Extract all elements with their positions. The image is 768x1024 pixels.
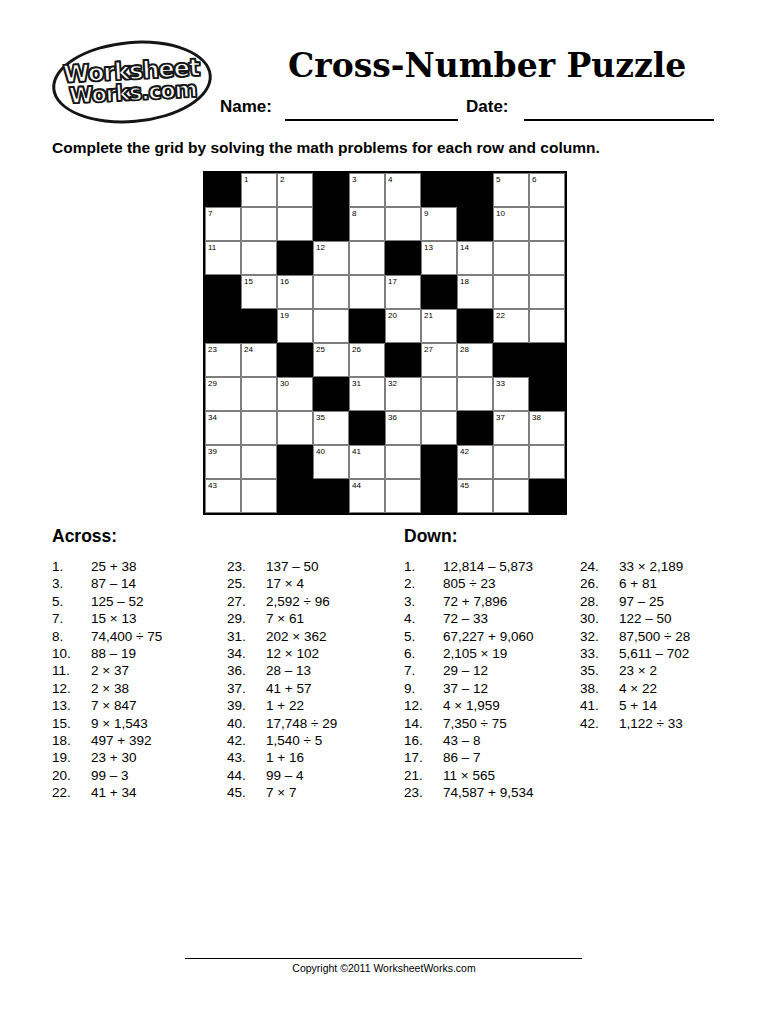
answer-cell[interactable] bbox=[241, 377, 277, 411]
across-clue-number: 19. bbox=[52, 749, 91, 766]
answer-cell[interactable] bbox=[313, 309, 349, 343]
cell-number: 38 bbox=[532, 413, 541, 422]
down-clue-number: 32. bbox=[580, 628, 619, 645]
down-clue-number: 42. bbox=[580, 715, 619, 732]
footer-rule bbox=[185, 958, 582, 959]
answer-cell[interactable] bbox=[457, 377, 493, 411]
answer-cell[interactable] bbox=[241, 411, 277, 445]
cell-number: 34 bbox=[208, 413, 217, 422]
answer-cell[interactable]: 34 bbox=[205, 411, 241, 445]
black-cell bbox=[457, 207, 493, 241]
down-clue-text: 12,814 – 5,873 bbox=[443, 558, 580, 575]
across-clue-text: 41 + 34 bbox=[91, 784, 227, 801]
answer-cell[interactable]: 15 bbox=[241, 275, 277, 309]
across-clue-text: 497 + 392 bbox=[91, 732, 227, 749]
down-clue-text: 5 + 14 bbox=[619, 697, 690, 714]
across-clue-text: 15 × 13 bbox=[91, 610, 227, 627]
answer-cell[interactable]: 30 bbox=[277, 377, 313, 411]
down-clue-number: 12. bbox=[404, 697, 443, 714]
black-cell bbox=[421, 173, 457, 207]
black-cell bbox=[205, 309, 241, 343]
down-clue-text: 2,105 × 19 bbox=[443, 645, 580, 662]
cell-number: 18 bbox=[460, 277, 469, 286]
across-clue-number: 23. bbox=[227, 558, 266, 575]
across-clue-number: 27. bbox=[227, 593, 266, 610]
across-clue-text: 7 × 7 bbox=[266, 784, 337, 801]
cell-number: 7 bbox=[208, 209, 212, 218]
across-clue-number: 5. bbox=[52, 593, 91, 610]
across-clue-number: 39. bbox=[227, 697, 266, 714]
across-clue-text: 88 – 19 bbox=[91, 645, 227, 662]
down-clue-number: 28. bbox=[580, 593, 619, 610]
cell-number: 40 bbox=[316, 447, 325, 456]
cell-number: 1 bbox=[244, 175, 248, 184]
down-clue-number: 21. bbox=[404, 767, 443, 784]
across-clue-text: 2,592 ÷ 96 bbox=[266, 593, 337, 610]
across-clue-text: 99 – 3 bbox=[91, 767, 227, 784]
answer-cell[interactable] bbox=[421, 377, 457, 411]
answer-cell[interactable]: 26 bbox=[349, 343, 385, 377]
black-cell bbox=[529, 343, 565, 377]
cell-number: 9 bbox=[424, 209, 428, 218]
cell-number: 26 bbox=[352, 345, 361, 354]
black-cell bbox=[529, 479, 565, 513]
answer-cell[interactable]: 40 bbox=[313, 445, 349, 479]
name-input-line[interactable] bbox=[285, 119, 458, 121]
black-cell bbox=[385, 343, 421, 377]
cell-number: 20 bbox=[388, 311, 397, 320]
cell-number: 37 bbox=[496, 413, 505, 422]
answer-cell[interactable] bbox=[385, 479, 421, 513]
down-clue-number: 38. bbox=[580, 680, 619, 697]
across-clue-text: 1 + 22 bbox=[266, 697, 337, 714]
down-clue-text: 43 – 8 bbox=[443, 732, 580, 749]
cell-number: 14 bbox=[460, 243, 469, 252]
answer-cell[interactable] bbox=[493, 479, 529, 513]
answer-cell[interactable]: 11 bbox=[205, 241, 241, 275]
answer-cell[interactable]: 35 bbox=[313, 411, 349, 445]
answer-cell[interactable]: 43 bbox=[205, 479, 241, 513]
cell-number: 8 bbox=[352, 209, 356, 218]
puzzle-grid: 1234567891011121314151617181920212223242… bbox=[203, 171, 567, 515]
across-clue-number: 44. bbox=[227, 767, 266, 784]
down-clue-text: 97 – 25 bbox=[619, 593, 690, 610]
cell-number: 44 bbox=[352, 481, 361, 490]
copyright-text: Copyright ©2011 WorksheetWorks.com bbox=[0, 962, 768, 974]
cell-number: 30 bbox=[280, 379, 289, 388]
across-clue-number: 7. bbox=[52, 610, 91, 627]
answer-cell[interactable]: 13 bbox=[421, 241, 457, 275]
down-clue-number: 26. bbox=[580, 575, 619, 592]
answer-cell[interactable]: 16 bbox=[277, 275, 313, 309]
across-clue-number: 20. bbox=[52, 767, 91, 784]
cell-number: 31 bbox=[352, 379, 361, 388]
cell-number: 15 bbox=[244, 277, 253, 286]
cell-number: 12 bbox=[316, 243, 325, 252]
answer-cell[interactable]: 9 bbox=[421, 207, 457, 241]
black-cell bbox=[529, 377, 565, 411]
across-clue-number: 11. bbox=[52, 662, 91, 679]
down-clue-text: 37 – 12 bbox=[443, 680, 580, 697]
down-clue-number: 30. bbox=[580, 610, 619, 627]
down-clue-text: 122 – 50 bbox=[619, 610, 690, 627]
across-clues-section: Across: 1.25 + 383.87 – 145.125 – 527.15… bbox=[52, 526, 337, 802]
across-clue-text: 17 × 4 bbox=[266, 575, 337, 592]
across-clue-text: 74,400 ÷ 75 bbox=[91, 628, 227, 645]
black-cell bbox=[457, 173, 493, 207]
across-clue-number: 29. bbox=[227, 610, 266, 627]
cell-number: 41 bbox=[352, 447, 361, 456]
answer-cell[interactable] bbox=[529, 445, 565, 479]
across-clue-number: 42. bbox=[227, 732, 266, 749]
cell-number: 24 bbox=[244, 345, 253, 354]
black-cell bbox=[493, 343, 529, 377]
answer-cell[interactable] bbox=[241, 207, 277, 241]
answer-cell[interactable] bbox=[241, 241, 277, 275]
answer-cell[interactable] bbox=[493, 445, 529, 479]
answer-cell[interactable]: 1 bbox=[241, 173, 277, 207]
answer-cell[interactable] bbox=[277, 411, 313, 445]
across-clue-text: 202 × 362 bbox=[266, 628, 337, 645]
across-clue-text: 99 – 4 bbox=[266, 767, 337, 784]
down-clue-number: 5. bbox=[404, 628, 443, 645]
down-clue-text: 4 × 22 bbox=[619, 680, 690, 697]
black-cell bbox=[421, 275, 457, 309]
cell-number: 45 bbox=[460, 481, 469, 490]
black-cell bbox=[313, 479, 349, 513]
across-clue-text: 2 × 37 bbox=[91, 662, 227, 679]
down-clues-column-2: 24.33 × 2,18926.6 + 8128.97 – 2530.122 –… bbox=[580, 558, 690, 732]
down-clue-number: 1. bbox=[404, 558, 443, 575]
cell-number: 35 bbox=[316, 413, 325, 422]
cell-number: 3 bbox=[352, 175, 356, 184]
worksheetworks-logo: Worksheet Works.com bbox=[49, 34, 216, 130]
answer-cell[interactable]: 39 bbox=[205, 445, 241, 479]
down-clue-text: 74,587 + 9,534 bbox=[443, 784, 580, 801]
page-title: Cross-Number Puzzle bbox=[288, 46, 686, 85]
answer-cell[interactable]: 3 bbox=[349, 173, 385, 207]
across-clue-text: 87 – 14 bbox=[91, 575, 227, 592]
down-clue-text: 29 – 12 bbox=[443, 662, 580, 679]
cell-number: 4 bbox=[388, 175, 392, 184]
answer-cell[interactable]: 28 bbox=[457, 343, 493, 377]
cell-number: 11 bbox=[208, 243, 216, 252]
down-clue-number: 4. bbox=[404, 610, 443, 627]
answer-cell[interactable]: 18 bbox=[457, 275, 493, 309]
across-clue-number: 37. bbox=[227, 680, 266, 697]
date-input-line[interactable] bbox=[524, 119, 714, 121]
across-clue-number: 40. bbox=[227, 715, 266, 732]
down-clue-text: 72 + 7,896 bbox=[443, 593, 580, 610]
answer-cell[interactable] bbox=[529, 309, 565, 343]
down-clue-number: 3. bbox=[404, 593, 443, 610]
answer-cell[interactable] bbox=[529, 275, 565, 309]
black-cell bbox=[421, 445, 457, 479]
across-clue-text: 137 – 50 bbox=[266, 558, 337, 575]
date-label: Date: bbox=[466, 97, 509, 117]
black-cell bbox=[205, 173, 241, 207]
answer-cell[interactable]: 32 bbox=[385, 377, 421, 411]
answer-cell[interactable]: 29 bbox=[205, 377, 241, 411]
cell-number: 42 bbox=[460, 447, 469, 456]
answer-cell[interactable]: 7 bbox=[205, 207, 241, 241]
answer-cell[interactable]: 37 bbox=[493, 411, 529, 445]
down-clue-text: 5,611 – 702 bbox=[619, 645, 690, 662]
answer-cell[interactable]: 12 bbox=[313, 241, 349, 275]
down-clue-text: 33 × 2,189 bbox=[619, 558, 690, 575]
down-clues-section: Down: 1.12,814 – 5,8732.805 ÷ 233.72 + 7… bbox=[404, 526, 690, 802]
black-cell bbox=[277, 445, 313, 479]
black-cell bbox=[241, 309, 277, 343]
across-clue-number: 10. bbox=[52, 645, 91, 662]
across-clue-number: 25. bbox=[227, 575, 266, 592]
across-clue-number: 36. bbox=[227, 662, 266, 679]
down-clue-text: 86 – 7 bbox=[443, 749, 580, 766]
cell-number: 33 bbox=[496, 379, 505, 388]
across-clue-number: 43. bbox=[227, 749, 266, 766]
cell-number: 39 bbox=[208, 447, 217, 456]
down-clue-number: 2. bbox=[404, 575, 443, 592]
cell-number: 43 bbox=[208, 481, 217, 490]
answer-cell[interactable]: 22 bbox=[493, 309, 529, 343]
down-clue-number: 16. bbox=[404, 732, 443, 749]
down-header: Down: bbox=[404, 526, 690, 547]
down-clue-number: 35. bbox=[580, 662, 619, 679]
down-clue-text: 87,500 ÷ 28 bbox=[619, 628, 690, 645]
answer-cell[interactable] bbox=[241, 479, 277, 513]
answer-cell[interactable]: 4 bbox=[385, 173, 421, 207]
black-cell bbox=[205, 275, 241, 309]
across-clue-text: 23 + 30 bbox=[91, 749, 227, 766]
down-clue-number: 41. bbox=[580, 697, 619, 714]
cell-number: 22 bbox=[496, 311, 505, 320]
across-clues-column-1: 1.25 + 383.87 – 145.125 – 527.15 × 138.7… bbox=[52, 558, 227, 802]
across-clue-text: 17,748 ÷ 29 bbox=[266, 715, 337, 732]
down-clue-text: 72 – 33 bbox=[443, 610, 580, 627]
answer-cell[interactable] bbox=[349, 275, 385, 309]
black-cell bbox=[313, 173, 349, 207]
across-clue-number: 45. bbox=[227, 784, 266, 801]
answer-cell[interactable] bbox=[385, 445, 421, 479]
across-clue-text: 9 × 1,543 bbox=[91, 715, 227, 732]
across-clue-text: 7 × 847 bbox=[91, 697, 227, 714]
across-clue-text: 28 – 13 bbox=[266, 662, 337, 679]
answer-cell[interactable]: 20 bbox=[385, 309, 421, 343]
across-clue-text: 25 + 38 bbox=[91, 558, 227, 575]
across-clue-text: 12 × 102 bbox=[266, 645, 337, 662]
across-clues-column-2: 23.137 – 5025.17 × 427.2,592 ÷ 9629.7 × … bbox=[227, 558, 337, 802]
black-cell bbox=[277, 479, 313, 513]
down-clue-number: 7. bbox=[404, 662, 443, 679]
answer-cell[interactable] bbox=[529, 207, 565, 241]
cell-number: 16 bbox=[280, 277, 289, 286]
logo-oval: Worksheet Works.com bbox=[49, 34, 216, 130]
answer-cell[interactable]: 14 bbox=[457, 241, 493, 275]
answer-cell[interactable]: 10 bbox=[493, 207, 529, 241]
across-clue-text: 41 + 57 bbox=[266, 680, 337, 697]
cell-number: 6 bbox=[532, 175, 536, 184]
answer-cell[interactable] bbox=[349, 241, 385, 275]
cell-number: 21 bbox=[424, 311, 433, 320]
cell-number: 10 bbox=[496, 209, 505, 218]
down-clue-text: 7,350 ÷ 75 bbox=[443, 715, 580, 732]
cell-number: 5 bbox=[496, 175, 500, 184]
answer-cell[interactable] bbox=[493, 241, 529, 275]
black-cell bbox=[277, 343, 313, 377]
across-clue-number: 1. bbox=[52, 558, 91, 575]
answer-cell[interactable]: 36 bbox=[385, 411, 421, 445]
across-clue-number: 8. bbox=[52, 628, 91, 645]
across-clue-text: 2 × 38 bbox=[91, 680, 227, 697]
cell-number: 23 bbox=[208, 345, 217, 354]
answer-cell[interactable]: 6 bbox=[529, 173, 565, 207]
black-cell bbox=[349, 411, 385, 445]
down-clue-text: 4 × 1,959 bbox=[443, 697, 580, 714]
down-clue-text: 67,227 + 9,060 bbox=[443, 628, 580, 645]
black-cell bbox=[313, 207, 349, 241]
logo-text-works-com: Works.com bbox=[69, 80, 198, 108]
down-clue-number: 24. bbox=[580, 558, 619, 575]
across-clue-number: 34. bbox=[227, 645, 266, 662]
answer-cell[interactable]: 38 bbox=[529, 411, 565, 445]
down-clues-column-1: 1.12,814 – 5,8732.805 ÷ 233.72 + 7,8964.… bbox=[404, 558, 580, 802]
answer-cell[interactable]: 42 bbox=[457, 445, 493, 479]
down-clue-number: 6. bbox=[404, 645, 443, 662]
across-clue-number: 22. bbox=[52, 784, 91, 801]
answer-cell[interactable]: 31 bbox=[349, 377, 385, 411]
answer-cell[interactable]: 17 bbox=[385, 275, 421, 309]
across-clue-text: 7 × 61 bbox=[266, 610, 337, 627]
black-cell bbox=[421, 479, 457, 513]
cell-number: 27 bbox=[424, 345, 433, 354]
down-clue-number: 14. bbox=[404, 715, 443, 732]
down-clue-text: 11 × 565 bbox=[443, 767, 580, 784]
instruction-text: Complete the grid by solving the math pr… bbox=[52, 139, 600, 157]
cell-number: 28 bbox=[460, 345, 469, 354]
answer-cell[interactable]: 5 bbox=[493, 173, 529, 207]
down-clue-number: 17. bbox=[404, 749, 443, 766]
black-cell bbox=[457, 309, 493, 343]
cell-number: 19 bbox=[280, 311, 289, 320]
across-clue-text: 1 + 16 bbox=[266, 749, 337, 766]
cell-number: 13 bbox=[424, 243, 433, 252]
black-cell bbox=[313, 377, 349, 411]
cell-number: 17 bbox=[388, 277, 397, 286]
answer-cell[interactable]: 27 bbox=[421, 343, 457, 377]
across-clue-text: 1,540 ÷ 5 bbox=[266, 732, 337, 749]
black-cell bbox=[457, 411, 493, 445]
answer-cell[interactable]: 19 bbox=[277, 309, 313, 343]
answer-cell[interactable] bbox=[385, 207, 421, 241]
across-clue-number: 18. bbox=[52, 732, 91, 749]
answer-cell[interactable]: 45 bbox=[457, 479, 493, 513]
answer-cell[interactable]: 24 bbox=[241, 343, 277, 377]
across-clue-number: 15. bbox=[52, 715, 91, 732]
cell-number: 25 bbox=[316, 345, 325, 354]
across-clue-number: 13. bbox=[52, 697, 91, 714]
black-cell bbox=[277, 241, 313, 275]
answer-cell[interactable]: 8 bbox=[349, 207, 385, 241]
answer-cell[interactable] bbox=[421, 411, 457, 445]
black-cell bbox=[349, 309, 385, 343]
down-clue-number: 23. bbox=[404, 784, 443, 801]
answer-cell[interactable]: 2 bbox=[277, 173, 313, 207]
down-clue-text: 805 ÷ 23 bbox=[443, 575, 580, 592]
cell-number: 32 bbox=[388, 379, 397, 388]
answer-cell[interactable] bbox=[277, 207, 313, 241]
answer-cell[interactable]: 23 bbox=[205, 343, 241, 377]
across-clue-number: 3. bbox=[52, 575, 91, 592]
answer-cell[interactable] bbox=[313, 275, 349, 309]
answer-cell[interactable]: 44 bbox=[349, 479, 385, 513]
answer-cell[interactable]: 25 bbox=[313, 343, 349, 377]
answer-cell[interactable]: 41 bbox=[349, 445, 385, 479]
answer-cell[interactable]: 21 bbox=[421, 309, 457, 343]
answer-cell[interactable] bbox=[529, 241, 565, 275]
answer-cell[interactable] bbox=[493, 275, 529, 309]
across-clue-number: 31. bbox=[227, 628, 266, 645]
down-clue-text: 23 × 2 bbox=[619, 662, 690, 679]
answer-cell[interactable]: 33 bbox=[493, 377, 529, 411]
cell-number: 2 bbox=[280, 175, 284, 184]
down-clue-text: 6 + 81 bbox=[619, 575, 690, 592]
across-header: Across: bbox=[52, 526, 337, 547]
cell-number: 36 bbox=[388, 413, 397, 422]
down-clue-number: 33. bbox=[580, 645, 619, 662]
across-clue-number: 12. bbox=[52, 680, 91, 697]
name-label: Name: bbox=[220, 97, 272, 117]
down-clue-text: 1,122 ÷ 33 bbox=[619, 715, 690, 732]
down-clue-number: 9. bbox=[404, 680, 443, 697]
across-clue-text: 125 – 52 bbox=[91, 593, 227, 610]
cell-number: 29 bbox=[208, 379, 217, 388]
answer-cell[interactable] bbox=[241, 445, 277, 479]
black-cell bbox=[385, 241, 421, 275]
